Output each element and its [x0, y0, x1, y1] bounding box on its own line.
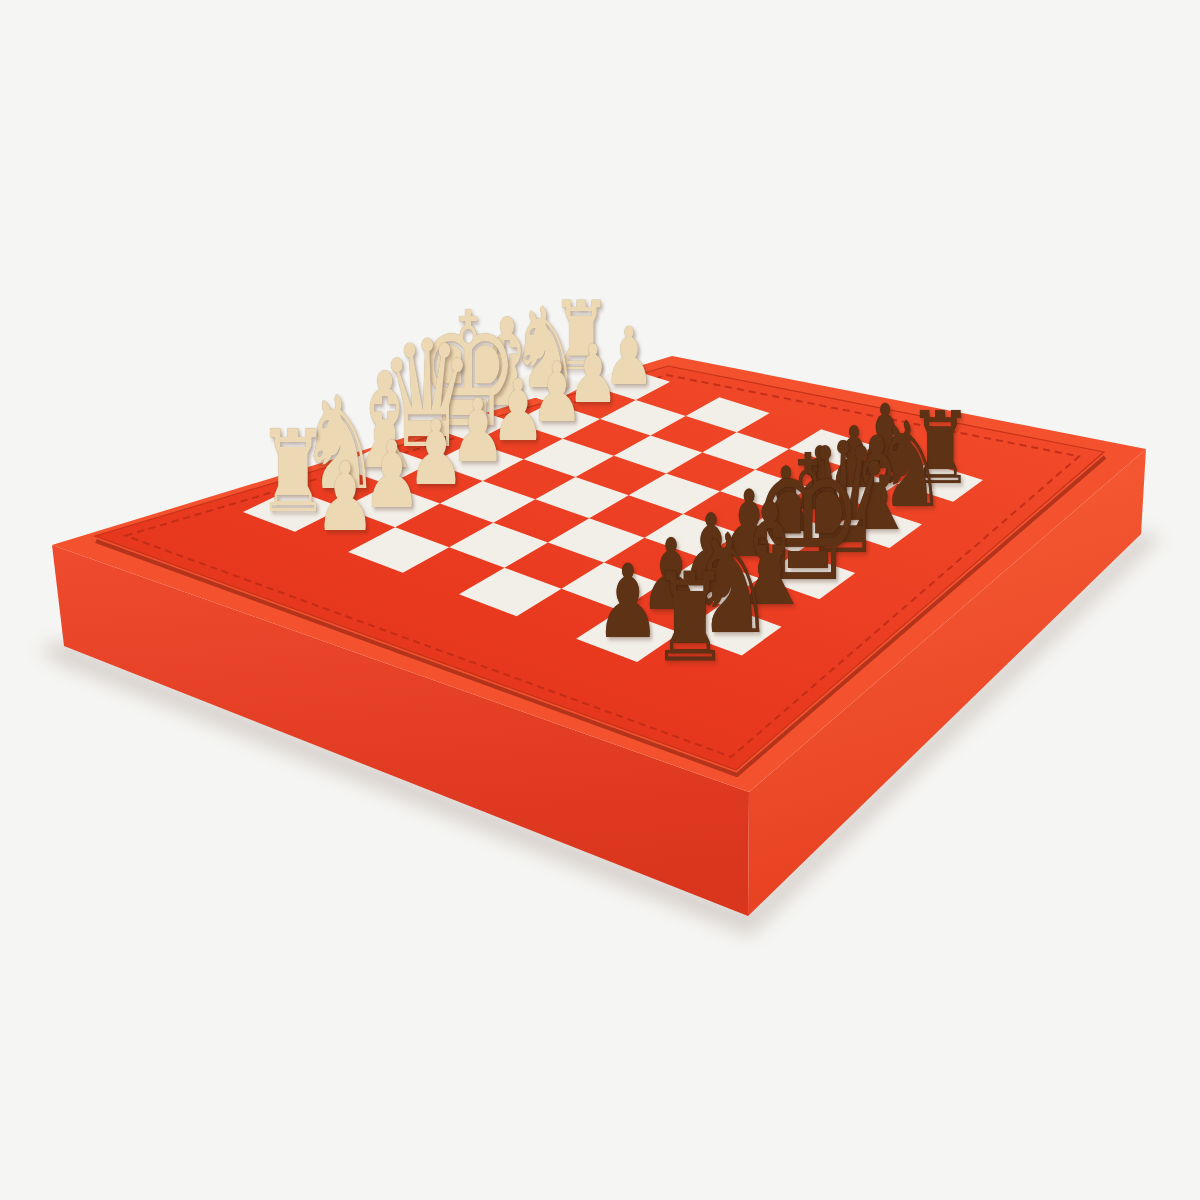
piece-black-rook-a8[interactable]: ♜	[650, 558, 729, 680]
product-photo-scene: ♜♟♞♟♝♟♚♟♛♟♟♝♜♟♟♞♞♟♟♜♝♟♟♛♟♚♟♝♟♞♟♜	[0, 0, 1200, 1200]
piece-white-pawn-a2[interactable]: ♟	[314, 450, 376, 546]
